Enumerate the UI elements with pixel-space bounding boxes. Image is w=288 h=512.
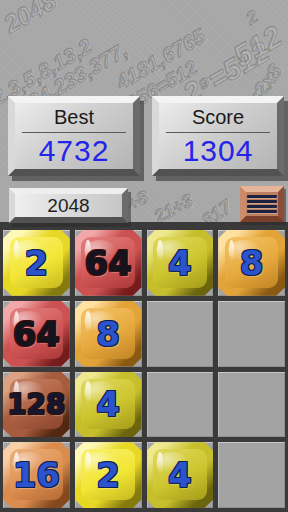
tile-number: 2 bbox=[3, 230, 70, 296]
best-value: 4732 bbox=[39, 134, 110, 168]
board-cell-empty bbox=[218, 442, 285, 508]
tile-number: 4 bbox=[147, 442, 214, 508]
board-cell-empty bbox=[218, 301, 285, 367]
tile-4: 4 bbox=[147, 442, 214, 508]
title-button[interactable]: 2048 bbox=[9, 188, 128, 223]
tile-2: 2 bbox=[3, 230, 70, 296]
tile-number: 64 bbox=[75, 230, 142, 296]
tile-2: 2 bbox=[75, 442, 142, 508]
board-cell: 4 bbox=[147, 442, 214, 508]
menu-icon bbox=[246, 195, 278, 213]
best-panel-face: Best 4732 bbox=[15, 103, 133, 169]
tile-number: 4 bbox=[147, 230, 214, 296]
tile-16: 16 bbox=[3, 442, 70, 508]
board-cell-empty bbox=[218, 372, 285, 438]
game-board[interactable]: 2644864812841624 bbox=[0, 222, 288, 512]
background-text: 2 bbox=[243, 6, 262, 29]
score-label: Score bbox=[192, 104, 244, 130]
tile-8: 8 bbox=[218, 230, 285, 296]
tile-4: 4 bbox=[75, 372, 142, 438]
tile-number: 16 bbox=[3, 442, 70, 508]
score-value: 1304 bbox=[183, 134, 254, 168]
board-cell: 128 bbox=[3, 372, 70, 438]
score-panel: Score 1304 bbox=[152, 96, 284, 176]
board-cell: 64 bbox=[75, 230, 142, 296]
best-panel: Best 4732 bbox=[8, 96, 140, 176]
board-cell: 64 bbox=[3, 301, 70, 367]
tile-number: 128 bbox=[3, 372, 70, 438]
score-divider bbox=[166, 132, 270, 133]
title-button-label: 2048 bbox=[47, 195, 89, 217]
board-cell: 16 bbox=[3, 442, 70, 508]
menu-button[interactable] bbox=[240, 186, 284, 222]
board-cell: 8 bbox=[75, 301, 142, 367]
app-screen: 20482,3,5,8,13,234,233,377,4181,6765256=… bbox=[0, 0, 288, 512]
background-text: 2048 bbox=[0, 0, 61, 39]
best-label: Best bbox=[54, 104, 94, 130]
board-cell: 4 bbox=[147, 230, 214, 296]
board-cell-empty bbox=[147, 301, 214, 367]
tile-number: 4 bbox=[75, 372, 142, 438]
board-cell: 4 bbox=[75, 372, 142, 438]
best-divider bbox=[22, 132, 126, 133]
tile-number: 8 bbox=[218, 230, 285, 296]
tile-number: 8 bbox=[75, 301, 142, 367]
board-cell: 2 bbox=[75, 442, 142, 508]
tile-64: 64 bbox=[75, 230, 142, 296]
board-cell: 2 bbox=[3, 230, 70, 296]
board-cell: 8 bbox=[218, 230, 285, 296]
tile-8: 8 bbox=[75, 301, 142, 367]
board-cell-empty bbox=[147, 372, 214, 438]
tile-128: 128 bbox=[3, 372, 70, 438]
tile-number: 2 bbox=[75, 442, 142, 508]
tile-4: 4 bbox=[147, 230, 214, 296]
tile-number: 64 bbox=[3, 301, 70, 367]
score-panel-face: Score 1304 bbox=[159, 103, 277, 169]
tile-64: 64 bbox=[3, 301, 70, 367]
